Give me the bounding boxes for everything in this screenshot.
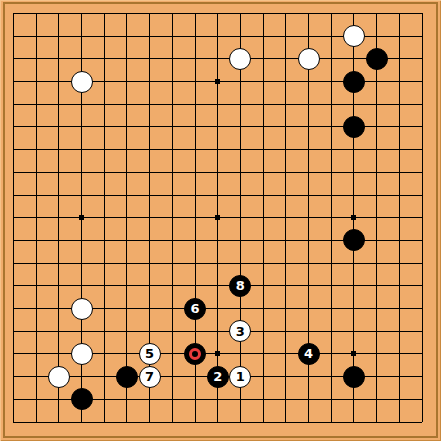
grid-line-horizontal [13, 422, 423, 423]
stone-white-l17 [229, 48, 251, 70]
stone-white-q18 [343, 25, 365, 47]
red-circle-marker [189, 348, 201, 360]
stone-black-q16 [343, 71, 365, 93]
stone-black-q14 [343, 116, 365, 138]
star-point [215, 215, 220, 220]
move-number: 8 [236, 279, 245, 292]
grid-line-vertical [240, 13, 241, 423]
stone-black-q3 [343, 366, 365, 388]
stone-black-q9 [343, 229, 365, 251]
star-point [215, 351, 220, 356]
stone-white-g4: 5 [139, 343, 161, 365]
move-number: 2 [213, 370, 222, 383]
stone-black-d2 [71, 388, 93, 410]
grid-line-horizontal [13, 263, 423, 264]
grid-line-vertical [422, 13, 423, 423]
move-number: 4 [304, 347, 313, 360]
stone-white-l3: 1 [229, 366, 251, 388]
move-number: 6 [190, 302, 199, 315]
stone-black-f3 [116, 366, 138, 388]
star-point [215, 79, 220, 84]
star-point [79, 215, 84, 220]
stone-white-g3: 7 [139, 366, 161, 388]
stone-black-l7: 8 [229, 275, 251, 297]
star-point [351, 215, 356, 220]
move-number: 3 [236, 325, 245, 338]
stone-black-j6: 6 [184, 298, 206, 320]
move-number: 1 [236, 370, 245, 383]
grid-line-horizontal [13, 331, 423, 332]
stone-black-k3: 2 [207, 366, 229, 388]
stone-black-j4 [184, 343, 206, 365]
grid-line-vertical [376, 13, 377, 423]
stone-white-c3 [48, 366, 70, 388]
grid-line-vertical [331, 13, 332, 423]
stone-black-r17 [366, 48, 388, 70]
stone-white-d16 [71, 71, 93, 93]
move-number: 7 [145, 370, 154, 383]
stone-white-d6 [71, 298, 93, 320]
stone-white-l5: 3 [229, 320, 251, 342]
move-number: 5 [145, 347, 154, 360]
grid-line-vertical [263, 13, 264, 423]
grid-line-vertical [399, 13, 400, 423]
grid-line-horizontal [13, 285, 423, 286]
grid-line-vertical [285, 13, 286, 423]
stone-white-d4 [71, 343, 93, 365]
stone-white-o17 [298, 48, 320, 70]
star-point [351, 351, 356, 356]
go-board-diagram: 86354721 [0, 0, 441, 441]
stone-black-o4: 4 [298, 343, 320, 365]
